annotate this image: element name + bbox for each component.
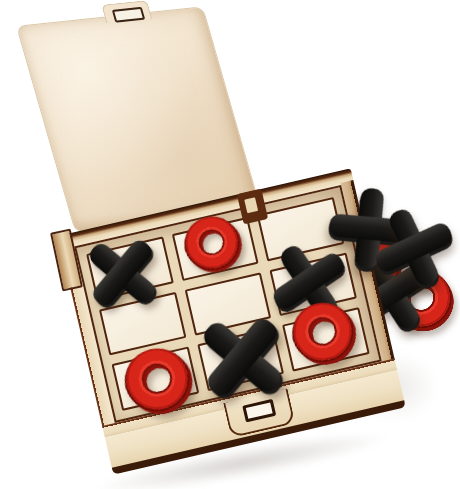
lid-clasp-slot [112,7,145,23]
cell-r2c2[interactable] [282,307,369,371]
front-clasp-slot [242,399,276,423]
piece-x[interactable] [194,308,291,405]
cell-r0c0[interactable] [86,236,173,300]
cell-r2c1[interactable] [197,327,284,391]
cell-r0c1[interactable] [172,217,259,281]
hinge-notch [244,197,258,213]
scene [0,0,460,489]
cell-r2c0[interactable] [112,347,199,411]
piece-o[interactable] [179,211,246,278]
piece-x[interactable] [81,231,163,313]
